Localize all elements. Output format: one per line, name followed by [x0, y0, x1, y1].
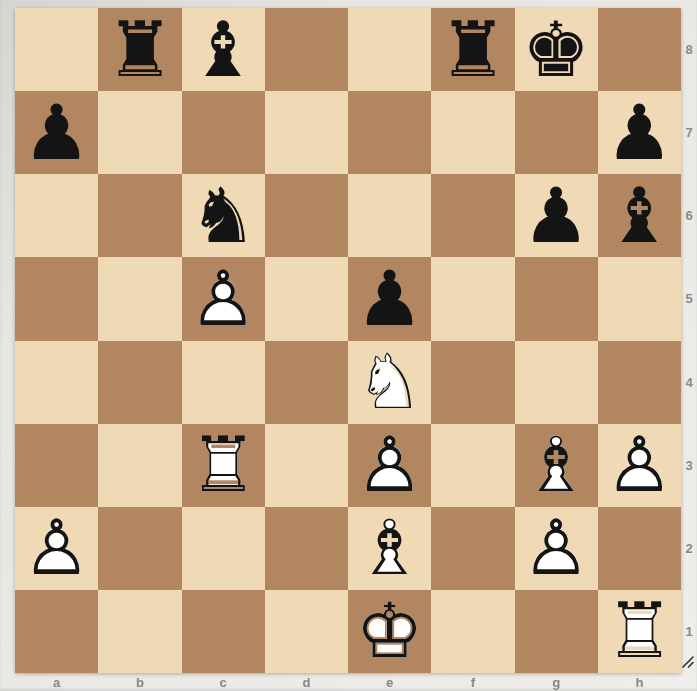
black-bishop[interactable]: ♝	[182, 8, 265, 91]
white-pawn[interactable]: ♟♙	[182, 257, 265, 340]
square-d6[interactable]	[265, 174, 348, 257]
square-f6[interactable]	[431, 174, 514, 257]
white-king[interactable]: ♚♔	[348, 590, 431, 673]
white-pawn[interactable]: ♟♙	[515, 507, 598, 590]
piece-outline-glyph: ♘	[348, 341, 431, 424]
piece-glyph: ♜	[98, 8, 181, 91]
square-f4[interactable]	[431, 341, 514, 424]
square-a6[interactable]	[15, 174, 98, 257]
square-c7[interactable]	[182, 91, 265, 174]
square-d3[interactable]	[265, 424, 348, 507]
piece-glyph: ♟	[15, 91, 98, 174]
square-a5[interactable]	[15, 257, 98, 340]
square-h2[interactable]	[598, 507, 681, 590]
square-c6[interactable]: ♞	[182, 174, 265, 257]
black-pawn[interactable]: ♟	[515, 174, 598, 257]
piece-glyph: ♜	[431, 8, 514, 91]
square-f3[interactable]	[431, 424, 514, 507]
black-pawn[interactable]: ♟	[348, 257, 431, 340]
square-e5[interactable]: ♟	[348, 257, 431, 340]
white-pawn[interactable]: ♟♙	[15, 507, 98, 590]
square-e4[interactable]: ♞♘	[348, 341, 431, 424]
piece-glyph: ♝	[598, 174, 681, 257]
piece-outline-glyph: ♗	[515, 424, 598, 507]
black-king[interactable]: ♚	[515, 8, 598, 91]
square-c8[interactable]: ♝	[182, 8, 265, 91]
square-a1[interactable]	[15, 590, 98, 673]
square-d4[interactable]	[265, 341, 348, 424]
piece-outline-glyph: ♗	[348, 507, 431, 590]
square-g8[interactable]: ♚	[515, 8, 598, 91]
file-label-c: c	[182, 673, 265, 691]
square-c4[interactable]	[182, 341, 265, 424]
rank-label-5: 5	[681, 257, 697, 340]
piece-outline-glyph: ♙	[348, 424, 431, 507]
square-g4[interactable]	[515, 341, 598, 424]
square-h7[interactable]: ♟	[598, 91, 681, 174]
rank-label-4: 4	[681, 341, 697, 424]
square-b3[interactable]	[98, 424, 181, 507]
square-f7[interactable]	[431, 91, 514, 174]
square-e2[interactable]: ♝♗	[348, 507, 431, 590]
piece-glyph: ♟	[515, 174, 598, 257]
square-h4[interactable]	[598, 341, 681, 424]
square-b8[interactable]: ♜	[98, 8, 181, 91]
square-e7[interactable]	[348, 91, 431, 174]
file-coordinates: abcdefgh	[15, 673, 681, 691]
black-pawn[interactable]: ♟	[598, 91, 681, 174]
piece-glyph: ♟	[598, 91, 681, 174]
square-g2[interactable]: ♟♙	[515, 507, 598, 590]
file-label-b: b	[98, 673, 181, 691]
square-g7[interactable]	[515, 91, 598, 174]
square-c2[interactable]	[182, 507, 265, 590]
chess-app-window: ♜♝♜♚♟♟♞♟♝♟♙♟♞♘♜♖♟♙♝♗♟♙♟♙♝♗♟♙♚♔♜♖ 8765432…	[0, 0, 697, 691]
square-h8[interactable]	[598, 8, 681, 91]
square-b2[interactable]	[98, 507, 181, 590]
piece-outline-glyph: ♖	[182, 424, 265, 507]
rank-label-6: 6	[681, 174, 697, 257]
piece-glyph: ♞	[182, 174, 265, 257]
square-d8[interactable]	[265, 8, 348, 91]
square-a3[interactable]	[15, 424, 98, 507]
square-g6[interactable]: ♟	[515, 174, 598, 257]
square-e6[interactable]	[348, 174, 431, 257]
chess-board[interactable]: ♜♝♜♚♟♟♞♟♝♟♙♟♞♘♜♖♟♙♝♗♟♙♟♙♝♗♟♙♚♔♜♖	[15, 8, 681, 673]
piece-outline-glyph: ♙	[598, 424, 681, 507]
piece-glyph: ♟	[348, 257, 431, 340]
file-label-f: f	[431, 673, 514, 691]
rank-label-8: 8	[681, 8, 697, 91]
square-b5[interactable]	[98, 257, 181, 340]
square-g3[interactable]: ♝♗	[515, 424, 598, 507]
black-rook[interactable]: ♜	[98, 8, 181, 91]
file-label-g: g	[515, 673, 598, 691]
square-a8[interactable]	[15, 8, 98, 91]
square-h1[interactable]: ♜♖	[598, 590, 681, 673]
square-d1[interactable]	[265, 590, 348, 673]
square-h3[interactable]: ♟♙	[598, 424, 681, 507]
square-g1[interactable]	[515, 590, 598, 673]
square-f5[interactable]	[431, 257, 514, 340]
piece-outline-glyph: ♙	[182, 257, 265, 340]
square-f8[interactable]: ♜	[431, 8, 514, 91]
white-rook[interactable]: ♜♖	[182, 424, 265, 507]
white-pawn[interactable]: ♟♙	[348, 424, 431, 507]
square-f1[interactable]	[431, 590, 514, 673]
black-bishop[interactable]: ♝	[598, 174, 681, 257]
square-g5[interactable]	[515, 257, 598, 340]
black-knight[interactable]: ♞	[182, 174, 265, 257]
black-pawn[interactable]: ♟	[15, 91, 98, 174]
square-e1[interactable]: ♚♔	[348, 590, 431, 673]
square-b7[interactable]	[98, 91, 181, 174]
white-pawn[interactable]: ♟♙	[598, 424, 681, 507]
square-h5[interactable]	[598, 257, 681, 340]
square-d7[interactable]	[265, 91, 348, 174]
square-b4[interactable]	[98, 341, 181, 424]
square-d2[interactable]	[265, 507, 348, 590]
square-a7[interactable]: ♟	[15, 91, 98, 174]
white-knight[interactable]: ♞♘	[348, 341, 431, 424]
square-e8[interactable]	[348, 8, 431, 91]
square-c1[interactable]	[182, 590, 265, 673]
piece-outline-glyph: ♖	[598, 590, 681, 673]
square-b6[interactable]	[98, 174, 181, 257]
rank-label-7: 7	[681, 91, 697, 174]
piece-outline-glyph: ♔	[348, 590, 431, 673]
square-h6[interactable]: ♝	[598, 174, 681, 257]
file-label-h: h	[598, 673, 681, 691]
square-a4[interactable]	[15, 341, 98, 424]
white-rook[interactable]: ♜♖	[598, 590, 681, 673]
rank-label-2: 2	[681, 507, 697, 590]
square-e3[interactable]: ♟♙	[348, 424, 431, 507]
piece-glyph: ♝	[182, 8, 265, 91]
piece-outline-glyph: ♙	[515, 507, 598, 590]
square-a2[interactable]: ♟♙	[15, 507, 98, 590]
rank-label-3: 3	[681, 424, 697, 507]
piece-outline-glyph: ♙	[15, 507, 98, 590]
white-bishop[interactable]: ♝♗	[348, 507, 431, 590]
resize-grip-icon[interactable]	[680, 654, 694, 668]
rank-coordinates: 87654321	[681, 8, 697, 673]
square-c5[interactable]: ♟♙	[182, 257, 265, 340]
piece-glyph: ♚	[515, 8, 598, 91]
file-label-a: a	[15, 673, 98, 691]
black-rook[interactable]: ♜	[431, 8, 514, 91]
file-label-e: e	[348, 673, 431, 691]
square-f2[interactable]	[431, 507, 514, 590]
white-bishop[interactable]: ♝♗	[515, 424, 598, 507]
square-b1[interactable]	[98, 590, 181, 673]
square-d5[interactable]	[265, 257, 348, 340]
file-label-d: d	[265, 673, 348, 691]
square-c3[interactable]: ♜♖	[182, 424, 265, 507]
